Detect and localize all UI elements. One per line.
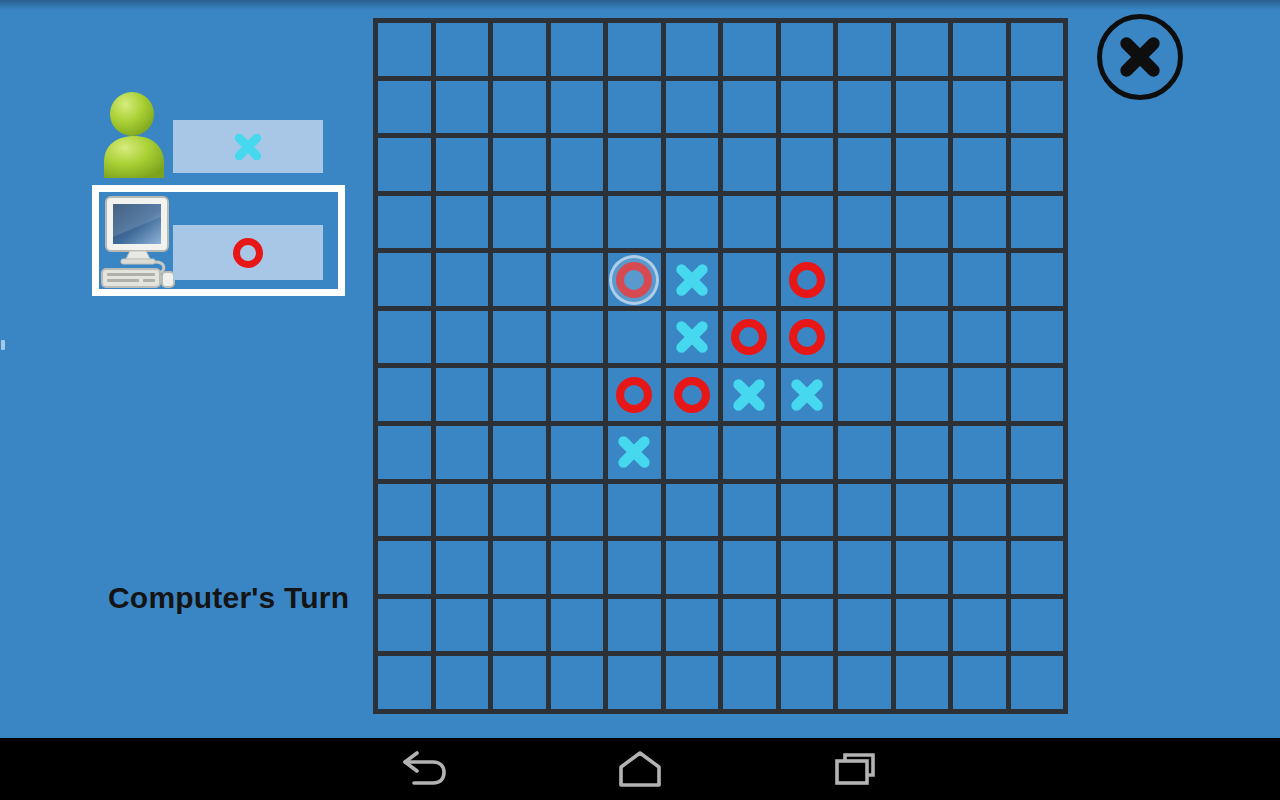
cell-r10-c11[interactable] [1011,599,1064,652]
cell-r10-c1[interactable] [436,599,489,652]
cell-r3-c7[interactable] [781,196,834,249]
cell-r1-c1[interactable] [436,81,489,134]
x-symbol [232,131,264,163]
cell-r8-c7[interactable] [781,484,834,537]
x-piece [615,433,653,471]
cell-r8-c9[interactable] [896,484,949,537]
cell-r11-c3[interactable] [551,656,604,709]
cell-r10-c2[interactable] [493,599,546,652]
cell-r6-c4[interactable] [608,368,661,421]
cell-r11-c0[interactable] [378,656,431,709]
cell-r8-c6[interactable] [723,484,776,537]
cell-r8-c1[interactable] [436,484,489,537]
cell-r0-c0[interactable] [378,23,431,76]
cell-r0-c10[interactable] [953,23,1006,76]
cell-r7-c1[interactable] [436,426,489,479]
recents-button[interactable] [825,749,885,789]
cell-r2-c7[interactable] [781,138,834,191]
close-button[interactable] [1097,14,1183,100]
cell-r7-c2[interactable] [493,426,546,479]
x-piece [788,376,826,414]
cell-r11-c11[interactable] [1011,656,1064,709]
android-nav-bar [0,738,1280,800]
cell-r2-c5[interactable] [666,138,719,191]
o-piece [789,319,825,355]
cell-r1-c2[interactable] [493,81,546,134]
cell-r9-c8[interactable] [838,541,891,594]
cell-r0-c8[interactable] [838,23,891,76]
board-grid [373,18,1068,714]
cell-r11-c10[interactable] [953,656,1006,709]
cell-r4-c1[interactable] [436,253,489,306]
x-piece [730,376,768,414]
cell-r3-c8[interactable] [838,196,891,249]
cell-r8-c8[interactable] [838,484,891,537]
cell-r1-c11[interactable] [1011,81,1064,134]
cell-r0-c6[interactable] [723,23,776,76]
cell-r5-c9[interactable] [896,311,949,364]
cell-r9-c3[interactable] [551,541,604,594]
cell-r9-c10[interactable] [953,541,1006,594]
close-icon [1113,30,1167,84]
x-piece [673,261,711,299]
cell-r5-c11[interactable] [1011,311,1064,364]
cell-r0-c4[interactable] [608,23,661,76]
cell-r3-c11[interactable] [1011,196,1064,249]
home-icon [616,749,664,789]
cell-r2-c4[interactable] [608,138,661,191]
cell-r6-c0[interactable] [378,368,431,421]
cell-r4-c10[interactable] [953,253,1006,306]
cell-r4-c11[interactable] [1011,253,1064,306]
cell-r4-c9[interactable] [896,253,949,306]
cell-r1-c0[interactable] [378,81,431,134]
cell-r7-c0[interactable] [378,426,431,479]
cell-r4-c8[interactable] [838,253,891,306]
cell-r5-c10[interactable] [953,311,1006,364]
cell-r10-c9[interactable] [896,599,949,652]
cell-r10-c8[interactable] [838,599,891,652]
game-screen: Computer's Turn [0,0,1280,800]
cell-r7-c6[interactable] [723,426,776,479]
cell-r2-c1[interactable] [436,138,489,191]
cell-r6-c9[interactable] [896,368,949,421]
cell-r4-c6[interactable] [723,253,776,306]
cell-r8-c0[interactable] [378,484,431,537]
cell-r3-c2[interactable] [493,196,546,249]
cell-r0-c5[interactable] [666,23,719,76]
cell-r4-c7[interactable] [781,253,834,306]
cell-r6-c2[interactable] [493,368,546,421]
cell-r0-c2[interactable] [493,23,546,76]
cell-r2-c0[interactable] [378,138,431,191]
cell-r7-c10[interactable] [953,426,1006,479]
cell-r6-c11[interactable] [1011,368,1064,421]
cell-r7-c9[interactable] [896,426,949,479]
cell-r8-c11[interactable] [1011,484,1064,537]
cell-r11-c2[interactable] [493,656,546,709]
cell-r11-c6[interactable] [723,656,776,709]
o-symbol [233,238,263,268]
cell-r7-c3[interactable] [551,426,604,479]
cell-r8-c4[interactable] [608,484,661,537]
cell-r1-c6[interactable] [723,81,776,134]
cell-r11-c5[interactable] [666,656,719,709]
cell-r7-c5[interactable] [666,426,719,479]
last-move-highlight [609,255,659,305]
cell-r6-c1[interactable] [436,368,489,421]
cell-r10-c3[interactable] [551,599,604,652]
cell-r6-c5[interactable] [666,368,719,421]
cell-r6-c3[interactable] [551,368,604,421]
cell-r9-c6[interactable] [723,541,776,594]
cell-r3-c4[interactable] [608,196,661,249]
cell-r7-c4[interactable] [608,426,661,479]
top-shade-strip [0,0,1280,10]
cell-r2-c6[interactable] [723,138,776,191]
cell-r7-c7[interactable] [781,426,834,479]
cell-r2-c10[interactable] [953,138,1006,191]
cell-r9-c0[interactable] [378,541,431,594]
cell-r4-c4[interactable] [608,253,661,306]
cell-r3-c5[interactable] [666,196,719,249]
cell-r10-c4[interactable] [608,599,661,652]
cell-r10-c5[interactable] [666,599,719,652]
cell-r6-c10[interactable] [953,368,1006,421]
cell-r5-c1[interactable] [436,311,489,364]
cell-r4-c3[interactable] [551,253,604,306]
cell-r6-c6[interactable] [723,368,776,421]
recents-icon [833,751,877,787]
left-edge-artifact [1,340,5,350]
cell-r3-c0[interactable] [378,196,431,249]
o-piece [731,319,767,355]
cell-r3-c9[interactable] [896,196,949,249]
cell-r4-c5[interactable] [666,253,719,306]
o-piece [616,377,652,413]
cell-r1-c4[interactable] [608,81,661,134]
cell-r9-c9[interactable] [896,541,949,594]
cell-r1-c8[interactable] [838,81,891,134]
cell-r2-c11[interactable] [1011,138,1064,191]
back-button[interactable] [395,749,455,789]
cell-r9-c1[interactable] [436,541,489,594]
cell-r1-c5[interactable] [666,81,719,134]
o-piece [674,377,710,413]
cell-r9-c5[interactable] [666,541,719,594]
cell-r0-c3[interactable] [551,23,604,76]
cell-r3-c6[interactable] [723,196,776,249]
cell-r0-c7[interactable] [781,23,834,76]
cell-r2-c3[interactable] [551,138,604,191]
cell-r0-c11[interactable] [1011,23,1064,76]
computer-symbol-bar[interactable] [173,225,323,280]
computer-icon [100,195,176,291]
cell-r11-c4[interactable] [608,656,661,709]
cell-r4-c2[interactable] [493,253,546,306]
cell-r5-c6[interactable] [723,311,776,364]
cell-r10-c7[interactable] [781,599,834,652]
cell-r3-c3[interactable] [551,196,604,249]
cell-r6-c8[interactable] [838,368,891,421]
home-button[interactable] [610,749,670,789]
cell-r7-c8[interactable] [838,426,891,479]
cell-r9-c7[interactable] [781,541,834,594]
cell-r1-c7[interactable] [781,81,834,134]
cell-r1-c10[interactable] [953,81,1006,134]
cell-r0-c1[interactable] [436,23,489,76]
turn-status-label: Computer's Turn [108,581,349,615]
cell-r10-c10[interactable] [953,599,1006,652]
cell-r10-c6[interactable] [723,599,776,652]
cell-r2-c8[interactable] [838,138,891,191]
cell-r1-c9[interactable] [896,81,949,134]
cell-r3-c1[interactable] [436,196,489,249]
cell-r10-c0[interactable] [378,599,431,652]
cell-r5-c8[interactable] [838,311,891,364]
cell-r2-c2[interactable] [493,138,546,191]
cell-r8-c3[interactable] [551,484,604,537]
cell-r6-c7[interactable] [781,368,834,421]
cell-r8-c10[interactable] [953,484,1006,537]
cell-r3-c10[interactable] [953,196,1006,249]
cell-r8-c2[interactable] [493,484,546,537]
cell-r5-c0[interactable] [378,311,431,364]
cell-r4-c0[interactable] [378,253,431,306]
cell-r9-c2[interactable] [493,541,546,594]
cell-r8-c5[interactable] [666,484,719,537]
cell-r2-c9[interactable] [896,138,949,191]
cell-r1-c3[interactable] [551,81,604,134]
cell-r5-c2[interactable] [493,311,546,364]
x-piece [673,318,711,356]
cell-r11-c8[interactable] [838,656,891,709]
cell-r11-c9[interactable] [896,656,949,709]
o-piece [789,262,825,298]
cell-r0-c9[interactable] [896,23,949,76]
back-icon [400,750,450,788]
cell-r11-c7[interactable] [781,656,834,709]
cell-r7-c11[interactable] [1011,426,1064,479]
human-symbol-bar[interactable] [173,120,323,173]
person-icon [96,90,172,178]
cell-r5-c3[interactable] [551,311,604,364]
cell-r5-c7[interactable] [781,311,834,364]
cell-r9-c4[interactable] [608,541,661,594]
cell-r11-c1[interactable] [436,656,489,709]
cell-r5-c4[interactable] [608,311,661,364]
cell-r5-c5[interactable] [666,311,719,364]
cell-r9-c11[interactable] [1011,541,1064,594]
